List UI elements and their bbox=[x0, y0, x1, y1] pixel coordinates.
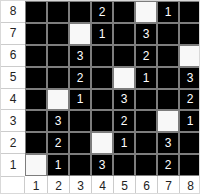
row-label-1: 1 bbox=[1, 154, 25, 176]
cell-r2c6[interactable] bbox=[136, 133, 156, 153]
cell-r7c6[interactable]: 3 bbox=[136, 24, 156, 44]
col-label-1: 1 bbox=[25, 176, 47, 194]
cell-r3c7[interactable] bbox=[158, 111, 178, 131]
row-labels: 87654321 bbox=[1, 1, 25, 176]
cell-r6c4[interactable] bbox=[92, 46, 112, 66]
cell-r4c3[interactable]: 1 bbox=[70, 90, 90, 110]
cell-r3c4[interactable] bbox=[92, 111, 112, 131]
col-label-8: 8 bbox=[179, 176, 200, 194]
cell-r6c6[interactable]: 2 bbox=[136, 46, 156, 66]
cell-r5c5[interactable] bbox=[114, 68, 134, 88]
cell-r5c2[interactable] bbox=[48, 68, 68, 88]
cell-r1c1[interactable] bbox=[26, 155, 46, 175]
row-label-8: 8 bbox=[1, 1, 25, 23]
cell-r5c1[interactable] bbox=[26, 68, 46, 88]
row-label-4: 4 bbox=[1, 89, 25, 111]
cell-r5c3[interactable]: 2 bbox=[70, 68, 90, 88]
cell-r5c8[interactable]: 3 bbox=[180, 68, 200, 88]
cell-r6c2[interactable] bbox=[48, 46, 68, 66]
cell-r7c3[interactable] bbox=[70, 24, 90, 44]
cell-r6c7[interactable] bbox=[158, 46, 178, 66]
cell-r8c1[interactable] bbox=[26, 2, 46, 22]
cell-r4c4[interactable] bbox=[92, 90, 112, 110]
cell-r1c7[interactable]: 2 bbox=[158, 155, 178, 175]
cell-r8c3[interactable] bbox=[70, 2, 90, 22]
cell-r6c8[interactable] bbox=[180, 46, 200, 66]
cell-r8c6[interactable] bbox=[136, 2, 156, 22]
col-label-4: 4 bbox=[91, 176, 113, 194]
cell-r1c8[interactable] bbox=[180, 155, 200, 175]
row-label-7: 7 bbox=[1, 23, 25, 45]
cell-r7c5[interactable] bbox=[114, 24, 134, 44]
cell-r4c5[interactable]: 3 bbox=[114, 90, 134, 110]
cell-r7c4[interactable]: 1 bbox=[92, 24, 112, 44]
col-label-6: 6 bbox=[135, 176, 157, 194]
cell-r4c8[interactable]: 2 bbox=[180, 90, 200, 110]
cell-r2c4[interactable] bbox=[92, 133, 112, 153]
cell-r2c1[interactable] bbox=[26, 133, 46, 153]
cell-r4c7[interactable] bbox=[158, 90, 178, 110]
cell-r8c8[interactable] bbox=[180, 2, 200, 22]
cell-r2c2[interactable]: 2 bbox=[48, 133, 68, 153]
cell-r3c8[interactable]: 1 bbox=[180, 111, 200, 131]
cell-r4c1[interactable] bbox=[26, 90, 46, 110]
row-label-5: 5 bbox=[1, 67, 25, 89]
cell-r8c5[interactable] bbox=[114, 2, 134, 22]
cell-r2c8[interactable] bbox=[180, 133, 200, 153]
cell-r5c6[interactable]: 1 bbox=[136, 68, 156, 88]
cell-r3c5[interactable]: 2 bbox=[114, 111, 134, 131]
cell-r5c4[interactable] bbox=[92, 68, 112, 88]
cell-r1c5[interactable] bbox=[114, 155, 134, 175]
cell-r1c6[interactable] bbox=[136, 155, 156, 175]
cell-r8c2[interactable] bbox=[48, 2, 68, 22]
col-label-2: 2 bbox=[47, 176, 69, 194]
cell-r2c3[interactable] bbox=[70, 133, 90, 153]
cell-r7c8[interactable] bbox=[180, 24, 200, 44]
cell-r7c2[interactable] bbox=[48, 24, 68, 44]
col-labels: 12345678 bbox=[25, 176, 200, 194]
puzzle-board: 87654321 211332213132321213132 12345678 bbox=[0, 0, 200, 194]
cell-r1c3[interactable] bbox=[70, 155, 90, 175]
row-label-6: 6 bbox=[1, 45, 25, 67]
row-label-3: 3 bbox=[1, 110, 25, 132]
col-label-3: 3 bbox=[69, 176, 91, 194]
cell-r6c5[interactable] bbox=[114, 46, 134, 66]
cell-r5c7[interactable] bbox=[158, 68, 178, 88]
cell-r4c2[interactable] bbox=[48, 90, 68, 110]
cell-r3c6[interactable] bbox=[136, 111, 156, 131]
cell-r3c2[interactable]: 3 bbox=[48, 111, 68, 131]
cell-r8c7[interactable]: 1 bbox=[158, 2, 178, 22]
row-label-2: 2 bbox=[1, 132, 25, 154]
corner-cell bbox=[1, 176, 25, 194]
cell-r3c3[interactable] bbox=[70, 111, 90, 131]
cell-r2c7[interactable]: 3 bbox=[158, 133, 178, 153]
cell-r4c6[interactable] bbox=[136, 90, 156, 110]
col-label-7: 7 bbox=[157, 176, 179, 194]
cell-r6c1[interactable] bbox=[26, 46, 46, 66]
cell-r8c4[interactable]: 2 bbox=[92, 2, 112, 22]
col-label-5: 5 bbox=[113, 176, 135, 194]
cell-r1c2[interactable]: 1 bbox=[48, 155, 68, 175]
cell-r6c3[interactable]: 3 bbox=[70, 46, 90, 66]
cell-r2c5[interactable]: 1 bbox=[114, 133, 134, 153]
cell-r7c1[interactable] bbox=[26, 24, 46, 44]
cell-r1c4[interactable]: 3 bbox=[92, 155, 112, 175]
cell-r3c1[interactable] bbox=[26, 111, 46, 131]
cell-r7c7[interactable] bbox=[158, 24, 178, 44]
puzzle-grid: 211332213132321213132 bbox=[25, 1, 200, 176]
